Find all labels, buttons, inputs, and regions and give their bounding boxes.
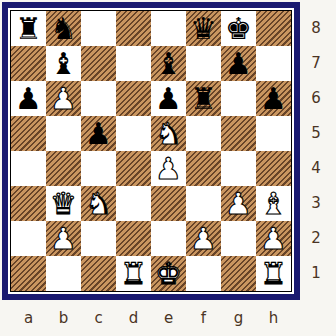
square-e8[interactable] [151,11,186,46]
square-g2[interactable] [221,221,256,256]
square-d1[interactable]: ♜ [116,256,151,291]
piece-bk: ♚ [221,11,256,46]
piece-wq: ♛ [46,186,81,221]
square-f1[interactable] [186,256,221,291]
square-a7[interactable] [11,46,46,81]
square-a6[interactable]: ♟ [11,81,46,116]
square-b1[interactable] [46,256,81,291]
square-a2[interactable] [11,221,46,256]
piece-wn: ♞ [81,186,116,221]
square-e4[interactable]: ♟ [151,151,186,186]
square-e6[interactable]: ♟ [151,81,186,116]
square-b6[interactable]: ♟ [46,81,81,116]
rank-labels: 87654321 [303,11,329,291]
square-h4[interactable] [256,151,291,186]
rank-label-2: 2 [303,221,329,256]
file-labels: abcdefgh [11,307,291,329]
piece-wp: ♟ [151,151,186,186]
piece-wr: ♜ [256,256,291,291]
file-label-g: g [221,307,256,329]
square-e2[interactable] [151,221,186,256]
piece-wp: ♟ [46,221,81,256]
square-h3[interactable]: ♝ [256,186,291,221]
square-b4[interactable] [46,151,81,186]
file-label-c: c [81,307,116,329]
square-a8[interactable]: ♜ [11,11,46,46]
square-c8[interactable] [81,11,116,46]
piece-bq: ♛ [186,11,221,46]
square-h6[interactable]: ♟ [256,81,291,116]
square-c3[interactable]: ♞ [81,186,116,221]
square-d6[interactable] [116,81,151,116]
piece-wp: ♟ [256,221,291,256]
piece-wp: ♟ [221,186,256,221]
rank-label-3: 3 [303,186,329,221]
square-g8[interactable]: ♚ [221,11,256,46]
square-g4[interactable] [221,151,256,186]
square-h1[interactable]: ♜ [256,256,291,291]
rank-label-4: 4 [303,151,329,186]
square-b7[interactable]: ♝ [46,46,81,81]
file-label-e: e [151,307,186,329]
square-a3[interactable] [11,186,46,221]
chess-diagram: ♜♞♛♚♝♝♟♟♟♟♜♟♟♞♟♛♞♟♝♟♟♟♜♚♜ abcdefgh 87654… [0,0,336,336]
piece-wn: ♞ [151,116,186,151]
square-c4[interactable] [81,151,116,186]
square-g7[interactable]: ♟ [221,46,256,81]
piece-wb: ♝ [256,186,291,221]
piece-br: ♜ [11,11,46,46]
chess-board[interactable]: ♜♞♛♚♝♝♟♟♟♟♜♟♟♞♟♛♞♟♝♟♟♟♜♚♜ [10,10,292,292]
square-f5[interactable] [186,116,221,151]
square-g1[interactable] [221,256,256,291]
square-a4[interactable] [11,151,46,186]
piece-bp: ♟ [11,81,46,116]
square-c6[interactable] [81,81,116,116]
piece-wp: ♟ [186,221,221,256]
square-f3[interactable] [186,186,221,221]
square-h2[interactable]: ♟ [256,221,291,256]
piece-bb: ♝ [46,46,81,81]
piece-wr: ♜ [116,256,151,291]
square-d3[interactable] [116,186,151,221]
rank-label-8: 8 [303,11,329,46]
square-h5[interactable] [256,116,291,151]
piece-wk: ♚ [151,256,186,291]
file-label-h: h [256,307,291,329]
square-c2[interactable] [81,221,116,256]
square-e3[interactable] [151,186,186,221]
square-h8[interactable] [256,11,291,46]
file-label-d: d [116,307,151,329]
square-f4[interactable] [186,151,221,186]
square-a1[interactable] [11,256,46,291]
square-g5[interactable] [221,116,256,151]
rank-label-5: 5 [303,116,329,151]
piece-br: ♜ [186,81,221,116]
piece-bp: ♟ [256,81,291,116]
square-f2[interactable]: ♟ [186,221,221,256]
square-d4[interactable] [116,151,151,186]
square-b2[interactable]: ♟ [46,221,81,256]
square-f7[interactable] [186,46,221,81]
square-g6[interactable] [221,81,256,116]
piece-wp: ♟ [46,81,81,116]
square-b8[interactable]: ♞ [46,11,81,46]
piece-bn: ♞ [46,11,81,46]
square-c7[interactable] [81,46,116,81]
piece-bb: ♝ [151,46,186,81]
file-label-f: f [186,307,221,329]
rank-label-6: 6 [303,81,329,116]
square-d5[interactable] [116,116,151,151]
square-c1[interactable] [81,256,116,291]
square-d8[interactable] [116,11,151,46]
square-g3[interactable]: ♟ [221,186,256,221]
file-label-a: a [11,307,46,329]
square-a5[interactable] [11,116,46,151]
square-f6[interactable]: ♜ [186,81,221,116]
square-f8[interactable]: ♛ [186,11,221,46]
square-d7[interactable] [116,46,151,81]
square-e1[interactable]: ♚ [151,256,186,291]
board-frame: ♜♞♛♚♝♝♟♟♟♟♜♟♟♞♟♛♞♟♝♟♟♟♜♚♜ [2,2,300,300]
square-e5[interactable]: ♞ [151,116,186,151]
square-c5[interactable]: ♟ [81,116,116,151]
file-label-b: b [46,307,81,329]
square-d2[interactable] [116,221,151,256]
square-e7[interactable]: ♝ [151,46,186,81]
piece-bp: ♟ [81,116,116,151]
piece-bp: ♟ [151,81,186,116]
square-h7[interactable] [256,46,291,81]
square-b5[interactable] [46,116,81,151]
piece-bp: ♟ [221,46,256,81]
square-b3[interactable]: ♛ [46,186,81,221]
rank-label-1: 1 [303,256,329,291]
rank-label-7: 7 [303,46,329,81]
